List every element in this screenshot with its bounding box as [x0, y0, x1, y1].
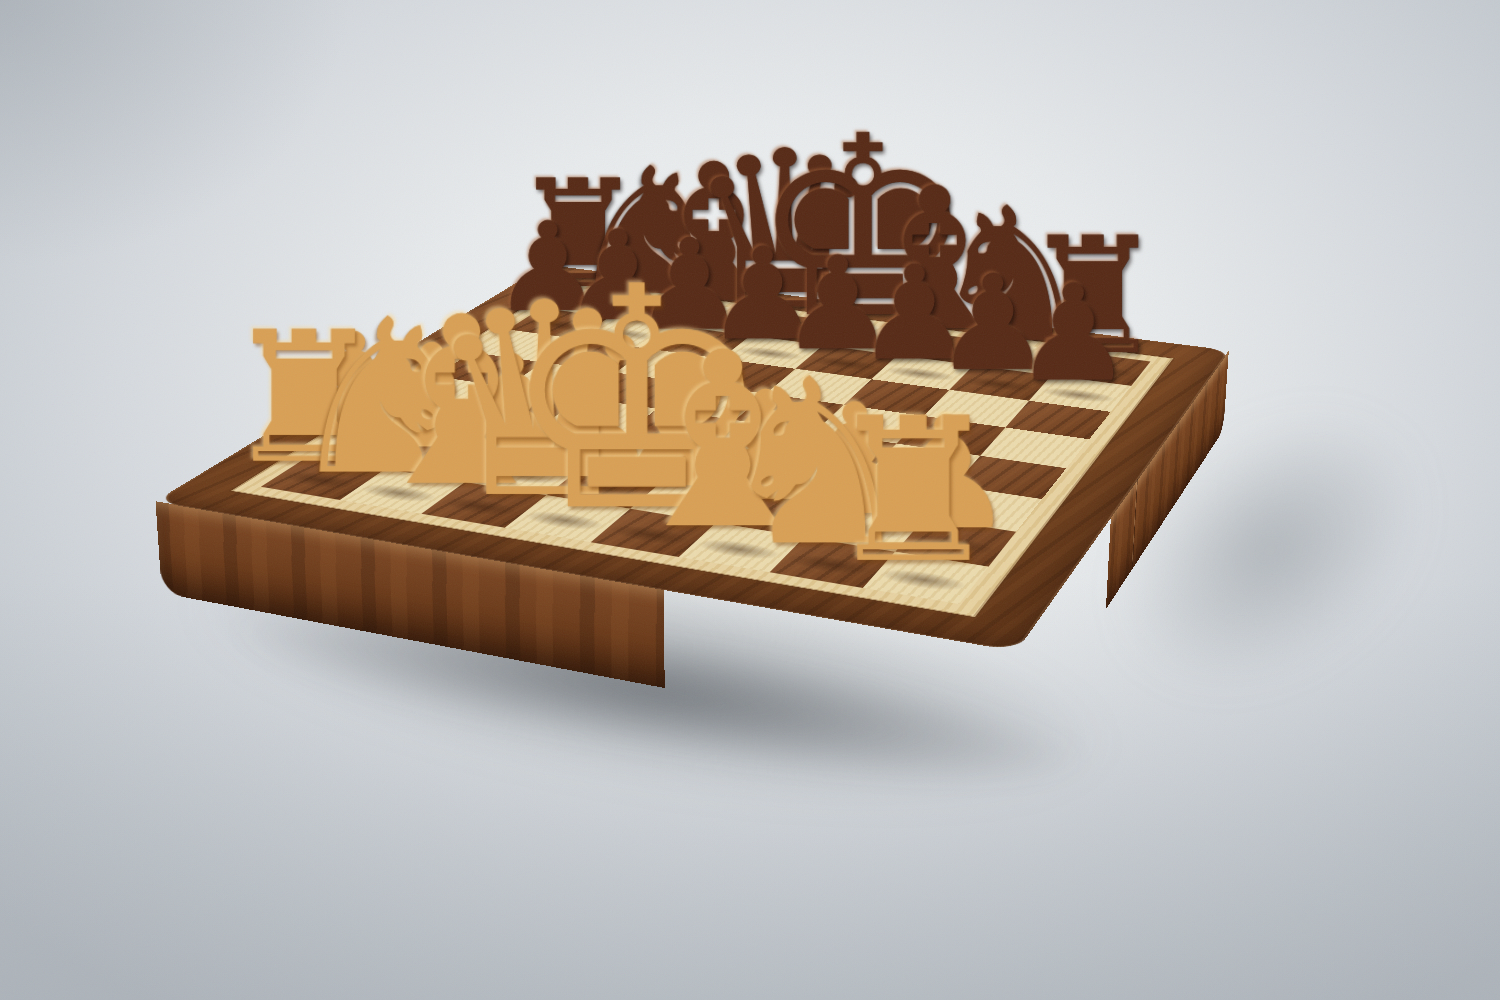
square-h1[interactable]: ♜ [863, 552, 988, 604]
piece-white-rook-h1[interactable]: ♜ [780, 392, 1046, 591]
chess-board-box: ♜♞♝♛♚♝♞♜♟♟♟♟♟♟♟♟♟♟♟♟♟♟♟♟♜♞♝♛♚♝♞♜ [155, 265, 1230, 652]
fold-hinge-seam [1132, 478, 1138, 569]
scene: ♜♞♝♛♚♝♞♜♟♟♟♟♟♟♟♟♟♟♟♟♟♟♟♟♜♞♝♛♚♝♞♜ [0, 0, 1500, 1000]
